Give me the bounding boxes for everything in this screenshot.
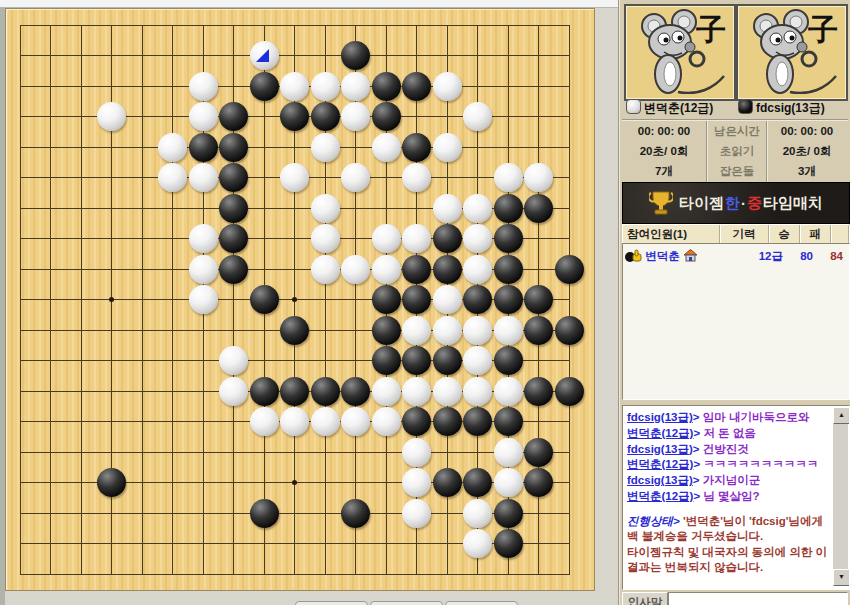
black-stone [189,133,218,162]
black-timer-column: 00: 00: 00 20초/ 0회 3개 [766,121,848,182]
grid-line [20,574,570,575]
star-point [109,297,114,302]
white-stone [494,163,523,192]
black-stone [311,102,340,131]
banner-text-2: 타임매치 [763,194,823,213]
black-stone [372,285,401,314]
go-board[interactable] [0,0,618,605]
greeting-label: 인사말 [622,592,668,605]
chat-message: fdcsig(13급)> 가지넘이군 [627,473,827,489]
grid-line [20,452,570,453]
white-stone [341,72,370,101]
white-stone [372,407,401,436]
white-stone [494,438,523,467]
black-stone [219,102,248,131]
last-move-marker [256,49,269,62]
grid-line [20,147,570,148]
status-line: 진행상태> '변덕춘'님이 'fdcsig'님에게 [627,514,827,530]
svg-text:子: 子 [808,12,838,47]
white-stone [433,194,462,223]
time-label: 남은시간 [708,121,766,141]
black-stone [524,194,553,223]
svg-text:子: 子 [696,12,726,47]
white-stone [311,133,340,162]
mouse-avatar-icon: 子 [742,8,842,94]
white-stone [463,499,492,528]
white-stone [463,316,492,345]
white-stone [463,377,492,406]
banner-text-han: 한 [725,194,740,213]
white-stone [463,346,492,375]
white-stone [341,255,370,284]
chat-message: fdcsig(13급)> 임마 내기바둑으로와 [627,410,827,426]
white-stone [402,377,431,406]
col-wins: 승 [769,225,800,244]
grid-line [81,25,82,575]
white-stone-icon [626,99,641,114]
white-stone [189,163,218,192]
white-stone [158,133,187,162]
participant-name: 변덕춘 [645,250,680,262]
white-stone [341,407,370,436]
black-stone [250,377,279,406]
black-stone [433,346,462,375]
white-stone [433,72,462,101]
black-stone [219,133,248,162]
black-stone [494,224,523,253]
black-stone [494,255,523,284]
white-stone [463,529,492,558]
black-stone [402,255,431,284]
white-stone [158,163,187,192]
white-stone [372,133,401,162]
chat-messages: fdcsig(13급)> 임마 내기바둑으로와변덕춘(12급)> 저 돈 없음f… [627,410,827,576]
black-stone [433,468,462,497]
participant-wins: 80 [783,248,813,264]
white-stone [341,102,370,131]
status-line: 결과는 번복되지 않습니다. [627,560,827,576]
white-stone [433,285,462,314]
white-stone [280,72,309,101]
board-bottom-button-1[interactable] [295,601,368,605]
white-stone [463,255,492,284]
black-stone [341,499,370,528]
white-stone [372,255,401,284]
black-stone [219,194,248,223]
black-stone [280,316,309,345]
white-time: 00: 00: 00 [622,121,706,141]
house-icon [683,249,698,262]
white-stone [433,316,462,345]
greeting-input[interactable] [668,592,848,605]
black-stone [250,499,279,528]
white-stone [494,316,523,345]
banner-text-1: 타이젬 [679,194,724,213]
board-bottom-button-3[interactable] [445,601,518,605]
chat-message: fdcsig(13급)> 건방진것 [627,442,827,458]
black-stone [524,285,553,314]
trophy-icon [649,190,673,216]
white-stone [311,194,340,223]
banner-text-dot: · [741,195,746,212]
black-stone [494,499,523,528]
white-player-avatar: 子 [624,4,736,101]
black-captures: 3개 [766,161,848,181]
white-stone [311,224,340,253]
white-stone [402,438,431,467]
white-stone [219,377,248,406]
black-stone [372,102,401,131]
white-stone [402,499,431,528]
black-stone [555,255,584,284]
black-stone [219,163,248,192]
white-stone [494,377,523,406]
grid-line [142,25,143,575]
black-stone [524,468,553,497]
black-stone [341,377,370,406]
black-stone [311,377,340,406]
participants-header: 참여인원(1) 기력 승 패 [622,224,850,245]
white-stone [280,163,309,192]
black-stone [402,72,431,101]
chat-message: 변덕춘(12급)> 저 돈 없음 [627,426,827,442]
board-area [0,0,618,605]
white-stone [433,377,462,406]
mouse-avatar-icon: 子 [630,8,730,94]
black-stone [463,407,492,436]
white-stone [433,133,462,162]
white-stone [189,72,218,101]
white-timer-column: 00: 00: 00 20초/ 0회 7개 [622,121,706,182]
chat-message: 변덕춘(12급)> 님 몇살임? [627,489,827,505]
grid-line [50,25,51,575]
black-stone [219,224,248,253]
black-stone [524,316,553,345]
grid-line [20,25,21,575]
black-stone [433,224,462,253]
black-stone [402,407,431,436]
grid-line [569,25,570,575]
banner-text-jung: 중 [747,194,762,213]
black-time: 00: 00: 00 [766,121,848,141]
status-line: 타이젬규칙 및 대국자의 동의에 의한 이 [627,545,827,561]
participant-losses: 84 [813,248,843,264]
white-stone [402,468,431,497]
white-stone [402,163,431,192]
black-stone [372,316,401,345]
black-stone [494,285,523,314]
black-stone [524,438,553,467]
grid-line [20,25,570,26]
timer-labels-column: 남은시간 초읽기 잡은돌 [706,121,768,182]
participants-list[interactable]: 변덕춘 12급 80 84 [622,243,850,400]
side-panel: 子 子 변덕춘(12급) [618,0,850,605]
white-stone [189,102,218,131]
game-window: 子 子 변덕춘(12급) [0,0,850,605]
black-stone [555,377,584,406]
star-point [292,480,297,485]
white-stone [311,255,340,284]
black-stone [555,316,584,345]
captures-label: 잡은돌 [708,161,766,181]
white-stone [463,194,492,223]
black-stone [463,468,492,497]
white-stone [311,407,340,436]
black-stone [341,41,370,70]
black-stone [372,72,401,101]
black-stone-thumb-icon [625,249,642,263]
white-stone [250,41,279,70]
byoyomi-label: 초읽기 [708,141,766,161]
col-participants: 참여인원(1) [623,225,720,244]
black-stone [494,529,523,558]
black-stone [494,346,523,375]
star-point [292,297,297,302]
participant-row[interactable]: 변덕춘 12급 80 84 [625,248,845,264]
black-stone [280,102,309,131]
white-stone [402,316,431,345]
white-stone [189,255,218,284]
black-stone [463,285,492,314]
white-stone [250,407,279,436]
white-stone [97,102,126,131]
white-stone [494,468,523,497]
chat-box[interactable]: fdcsig(13급)> 임마 내기바둑으로와변덕춘(12급)> 저 돈 없음f… [622,405,850,590]
white-captures: 7개 [622,161,706,181]
black-stone [402,285,431,314]
black-stone [372,346,401,375]
window-left-edge [0,7,5,605]
black-stone [280,377,309,406]
white-stone [402,224,431,253]
black-stone [250,72,279,101]
scroll-down-icon[interactable]: ▼ [833,569,850,586]
white-stone [280,407,309,436]
black-stone [433,407,462,436]
white-stone [372,224,401,253]
white-stone [463,102,492,131]
chat-message: 변덕춘(12급)> ㅋㅋㅋㅋㅋㅋㅋㅋㅋㅋ [627,457,827,473]
black-stone [494,194,523,223]
black-stone [97,468,126,497]
black-stone-icon [738,99,753,114]
grid-line [20,55,570,56]
col-rank: 기력 [720,225,769,244]
event-banner[interactable]: 타이젬 한·중 타임매치 [622,182,850,224]
status-line: 백 불계승을 거두셨습니다. [627,529,827,545]
timer-panel: 00: 00: 00 20초/ 0회 7개 남은시간 초읽기 잡은돌 00: 0… [622,119,848,184]
black-stone [250,285,279,314]
scroll-up-icon[interactable]: ▲ [833,407,850,424]
col-losses: 패 [800,225,831,244]
chat-scrollbar[interactable]: ▲ ▼ [833,407,848,586]
black-stone [494,407,523,436]
black-stone [524,377,553,406]
grid-line [172,25,173,575]
white-player-label: 변덕춘(12급) [626,99,713,117]
white-stone [341,163,370,192]
black-stone [402,346,431,375]
white-stone [189,224,218,253]
black-stone [219,255,248,284]
white-byoyomi: 20초/ 0회 [622,141,706,161]
white-stone [219,346,248,375]
board-bottom-button-2[interactable] [370,601,443,605]
black-byoyomi: 20초/ 0회 [766,141,848,161]
white-stone [311,72,340,101]
white-stone [189,285,218,314]
black-player-label: fdcsig(13급) [738,99,825,117]
participant-rank: 12급 [743,248,783,264]
white-stone [524,163,553,192]
black-stone [433,255,462,284]
game-status-text: 진행상태> '변덕춘'님이 'fdcsig'님에게백 불계승을 거두셨습니다.타… [627,514,827,576]
white-stone [463,224,492,253]
black-player-avatar: 子 [736,4,848,101]
black-stone [402,133,431,162]
white-stone [372,377,401,406]
